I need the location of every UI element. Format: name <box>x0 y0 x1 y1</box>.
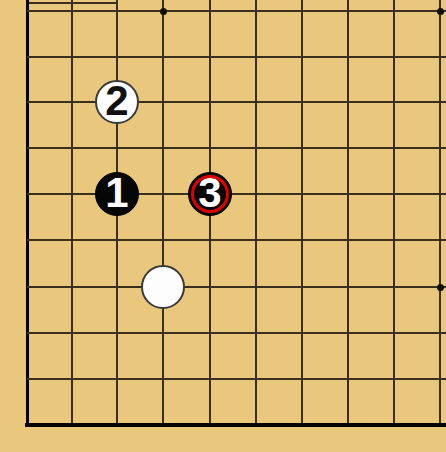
grid-line-vertical <box>347 0 349 425</box>
grid-line-horizontal <box>27 10 446 12</box>
stone-move-number: 3 <box>198 172 221 214</box>
grid-line-horizontal <box>27 332 446 334</box>
stone-move-number: 2 <box>105 80 128 122</box>
grid-line-vertical <box>393 0 395 425</box>
grid-line-horizontal <box>27 378 446 380</box>
grid-line-horizontal <box>27 239 446 241</box>
grid-line-horizontal <box>27 56 446 58</box>
grid-line-vertical <box>439 0 441 425</box>
go-diagram-screenshot: 123 <box>0 0 446 452</box>
grid-line-vertical <box>301 0 303 425</box>
stone-black-move-3[interactable]: 3 <box>188 172 232 216</box>
stone-white-move-2[interactable]: 2 <box>95 80 139 124</box>
grid-line-horizontal <box>27 101 446 103</box>
grid-line-vertical <box>255 0 257 425</box>
grid-line-horizontal <box>27 286 446 288</box>
grid-line-horizontal <box>27 193 446 195</box>
grid-line-horizontal <box>27 147 446 149</box>
stone-white-d4[interactable] <box>141 265 185 309</box>
grid-line-vertical <box>71 0 73 425</box>
star-point-d10 <box>160 8 167 15</box>
star-point-k4 <box>437 284 444 291</box>
grid-line-vertical <box>162 0 164 425</box>
go-board[interactable]: 123 <box>0 0 446 452</box>
stone-move-number: 1 <box>105 172 128 214</box>
board-bottom-edge <box>25 423 446 427</box>
star-point-k10 <box>437 8 444 15</box>
stone-black-move-1[interactable]: 1 <box>95 172 139 216</box>
board-left-edge <box>26 0 29 427</box>
